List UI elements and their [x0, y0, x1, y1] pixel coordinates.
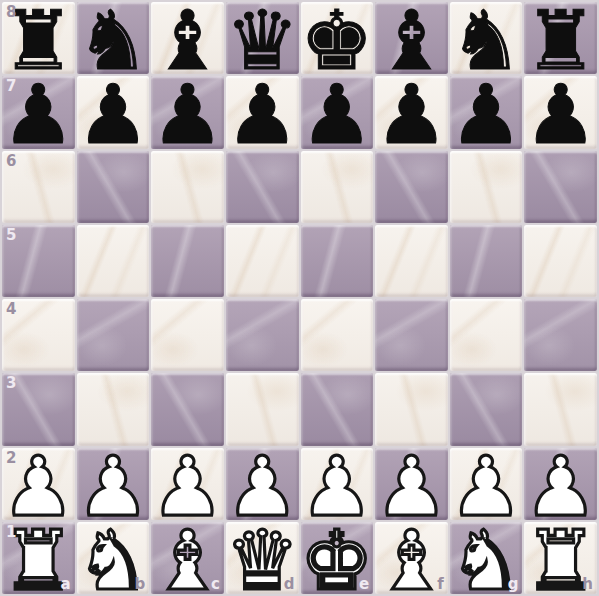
square-c2[interactable]: ♟	[151, 448, 224, 520]
file-label-e: e	[359, 577, 369, 592]
square-g1[interactable]: g♞	[450, 522, 523, 594]
square-e2[interactable]: ♟	[301, 448, 374, 520]
square-e5[interactable]	[301, 225, 374, 297]
square-g7[interactable]: ♟	[450, 76, 523, 148]
square-c8[interactable]: ♝	[151, 2, 224, 74]
rank-label-8: 8	[6, 5, 16, 20]
black-pawn-f7[interactable]: ♟	[375, 76, 448, 148]
square-b4[interactable]	[77, 299, 150, 371]
chess-board-wrapper: 8♜♞♝♛♚♝♞♜7♟♟♟♟♟♟♟♟65432♟♟♟♟♟♟♟♟1a♜b♞c♝d♛…	[0, 0, 599, 596]
square-f7[interactable]: ♟	[375, 76, 448, 148]
square-d6[interactable]	[226, 151, 299, 223]
white-pawn-e2[interactable]: ♟	[301, 448, 374, 520]
square-h2[interactable]: ♟	[524, 448, 597, 520]
square-d1[interactable]: d♛	[226, 522, 299, 594]
black-queen-d8[interactable]: ♛	[226, 2, 299, 74]
square-g8[interactable]: ♞	[450, 2, 523, 74]
rank-label-5: 5	[6, 228, 16, 243]
square-a1[interactable]: 1a♜	[2, 522, 75, 594]
black-bishop-f8[interactable]: ♝	[375, 2, 448, 74]
square-f3[interactable]	[375, 373, 448, 445]
square-d8[interactable]: ♛	[226, 2, 299, 74]
black-pawn-g7[interactable]: ♟	[450, 76, 523, 148]
white-pawn-c2[interactable]: ♟	[151, 448, 224, 520]
square-a3[interactable]: 3	[2, 373, 75, 445]
square-f4[interactable]	[375, 299, 448, 371]
rank-label-7: 7	[6, 79, 16, 94]
square-g3[interactable]	[450, 373, 523, 445]
square-c3[interactable]	[151, 373, 224, 445]
rank-label-4: 4	[6, 302, 16, 317]
rank-label-3: 3	[6, 376, 16, 391]
square-f2[interactable]: ♟	[375, 448, 448, 520]
square-c1[interactable]: c♝	[151, 522, 224, 594]
black-pawn-b7[interactable]: ♟	[77, 76, 150, 148]
file-label-d: d	[284, 577, 295, 592]
black-king-e8[interactable]: ♚	[301, 2, 374, 74]
square-d7[interactable]: ♟	[226, 76, 299, 148]
white-pawn-d2[interactable]: ♟	[226, 448, 299, 520]
square-b6[interactable]	[77, 151, 150, 223]
black-bishop-c8[interactable]: ♝	[151, 2, 224, 74]
square-c4[interactable]	[151, 299, 224, 371]
black-knight-b8[interactable]: ♞	[77, 2, 150, 74]
rank-label-6: 6	[6, 154, 16, 169]
square-e7[interactable]: ♟	[301, 76, 374, 148]
square-c5[interactable]	[151, 225, 224, 297]
black-knight-g8[interactable]: ♞	[450, 2, 523, 74]
square-b8[interactable]: ♞	[77, 2, 150, 74]
square-h6[interactable]	[524, 151, 597, 223]
square-c6[interactable]	[151, 151, 224, 223]
white-pawn-b2[interactable]: ♟	[77, 448, 150, 520]
square-f6[interactable]	[375, 151, 448, 223]
square-h1[interactable]: h♜	[524, 522, 597, 594]
square-f5[interactable]	[375, 225, 448, 297]
white-pawn-h2[interactable]: ♟	[524, 448, 597, 520]
rank-label-1: 1	[6, 525, 16, 540]
square-d4[interactable]	[226, 299, 299, 371]
file-label-f: f	[437, 577, 444, 592]
square-a4[interactable]: 4	[2, 299, 75, 371]
black-pawn-h7[interactable]: ♟	[524, 76, 597, 148]
file-label-b: b	[135, 577, 146, 592]
square-a8[interactable]: 8♜	[2, 2, 75, 74]
rank-label-2: 2	[6, 451, 16, 466]
square-d3[interactable]	[226, 373, 299, 445]
square-g6[interactable]	[450, 151, 523, 223]
square-h7[interactable]: ♟	[524, 76, 597, 148]
file-label-c: c	[211, 577, 220, 592]
square-e8[interactable]: ♚	[301, 2, 374, 74]
chess-board: 8♜♞♝♛♚♝♞♜7♟♟♟♟♟♟♟♟65432♟♟♟♟♟♟♟♟1a♜b♞c♝d♛…	[0, 0, 599, 596]
square-b3[interactable]	[77, 373, 150, 445]
square-a2[interactable]: 2♟	[2, 448, 75, 520]
black-pawn-e7[interactable]: ♟	[301, 76, 374, 148]
file-label-g: g	[508, 577, 519, 592]
square-g4[interactable]	[450, 299, 523, 371]
square-d5[interactable]	[226, 225, 299, 297]
square-e4[interactable]	[301, 299, 374, 371]
square-f8[interactable]: ♝	[375, 2, 448, 74]
square-g2[interactable]: ♟	[450, 448, 523, 520]
square-b1[interactable]: b♞	[77, 522, 150, 594]
square-h4[interactable]	[524, 299, 597, 371]
square-b7[interactable]: ♟	[77, 76, 150, 148]
square-e3[interactable]	[301, 373, 374, 445]
square-c7[interactable]: ♟	[151, 76, 224, 148]
square-h5[interactable]	[524, 225, 597, 297]
square-h3[interactable]	[524, 373, 597, 445]
square-e1[interactable]: e♚	[301, 522, 374, 594]
square-d2[interactable]: ♟	[226, 448, 299, 520]
square-e6[interactable]	[301, 151, 374, 223]
square-b5[interactable]	[77, 225, 150, 297]
square-b2[interactable]: ♟	[77, 448, 150, 520]
black-pawn-c7[interactable]: ♟	[151, 76, 224, 148]
square-a6[interactable]: 6	[2, 151, 75, 223]
square-h8[interactable]: ♜	[524, 2, 597, 74]
black-pawn-d7[interactable]: ♟	[226, 76, 299, 148]
black-rook-h8[interactable]: ♜	[524, 2, 597, 74]
square-g5[interactable]	[450, 225, 523, 297]
file-label-a: a	[61, 577, 71, 592]
white-pawn-g2[interactable]: ♟	[450, 448, 523, 520]
square-f1[interactable]: f♝	[375, 522, 448, 594]
square-a5[interactable]: 5	[2, 225, 75, 297]
file-label-h: h	[582, 577, 593, 592]
white-pawn-f2[interactable]: ♟	[375, 448, 448, 520]
square-a7[interactable]: 7♟	[2, 76, 75, 148]
